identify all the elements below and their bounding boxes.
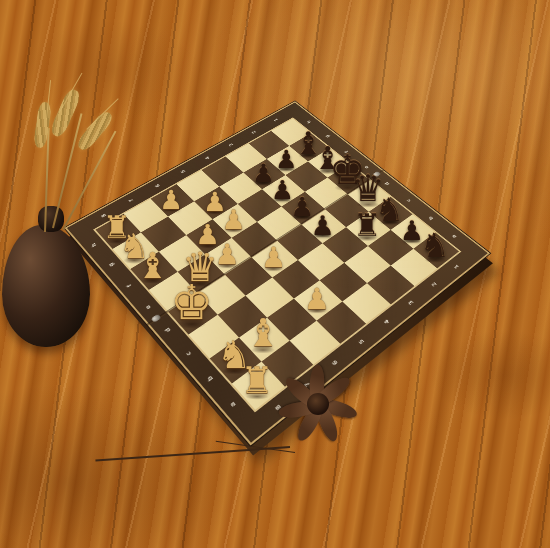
flower-center (307, 393, 329, 415)
coordinate-label-3: 3 (228, 142, 235, 147)
coordinate-label-b: b (427, 215, 434, 221)
coordinate-label-g: g (324, 134, 331, 139)
ceramic-vase-neck (38, 206, 64, 232)
coordinate-label-d: d (384, 181, 391, 186)
coordinate-label-h: h (90, 242, 98, 248)
coordinate-label-h: h (306, 120, 313, 124)
coordinate-label-f: f (344, 150, 350, 154)
coordinate-label-2: 2 (430, 281, 438, 287)
coordinate-label-5: 5 (357, 338, 366, 345)
coordinate-label-6: 6 (154, 183, 162, 188)
coordinate-label-8: 8 (100, 213, 108, 219)
coordinate-label-1: 1 (273, 118, 280, 122)
coordinate-label-e: e (363, 165, 370, 170)
coordinate-label-5: 5 (179, 169, 186, 174)
coordinate-label-f: f (126, 283, 134, 289)
scene: hhggffeeddccbbaa8877665544332211 ♜♞♝♚♞♜♛… (0, 0, 550, 548)
coordinate-label-2: 2 (251, 130, 258, 135)
coordinate-label-g: g (107, 262, 116, 268)
coordinate-label-c: c (405, 198, 412, 203)
coordinate-label-a: a (228, 400, 237, 408)
coordinate-label-4: 4 (204, 155, 211, 160)
coordinate-label-3: 3 (407, 299, 415, 306)
coordinate-label-4: 4 (383, 318, 391, 325)
coordinate-label-e: e (144, 304, 153, 311)
coordinate-label-b: b (206, 374, 215, 382)
coordinate-label-7: 7 (128, 198, 136, 203)
coordinate-label-d: d (164, 326, 173, 333)
coordinate-label-1: 1 (453, 264, 461, 270)
coordinate-label-6: 6 (331, 359, 340, 367)
coordinate-label-a: a (451, 234, 458, 240)
coordinate-label-c: c (184, 350, 193, 357)
